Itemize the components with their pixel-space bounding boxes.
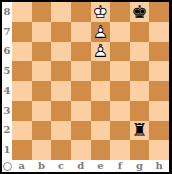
square-g7[interactable] [130,22,150,42]
square-f5[interactable] [110,61,130,81]
file-label-d: d [71,160,91,172]
square-d3[interactable] [71,101,91,121]
file-label-a: a [12,160,32,172]
square-c5[interactable] [51,61,71,81]
piece-white-pawn[interactable]: ♟♙ [91,22,111,42]
file-label-b: b [32,160,52,172]
rank-label-3: 3 [2,101,12,121]
square-e1[interactable] [91,140,111,160]
white-pawn-glyph-layer: ♙ [92,23,108,41]
square-g5[interactable] [130,61,150,81]
square-f6[interactable] [110,42,130,62]
black-rook-glyph-layer: ♜ [131,121,147,139]
square-b1[interactable] [32,140,52,160]
chess-board: ♚♔♚♟♙♟♙♜ [12,2,169,160]
square-f2[interactable] [110,121,130,141]
file-labels: abcdefgh [12,160,169,172]
square-h3[interactable] [149,101,169,121]
square-g3[interactable] [130,101,150,121]
square-a8[interactable] [12,2,32,22]
square-h1[interactable] [149,140,169,160]
piece-black-rook[interactable]: ♜ [130,121,150,141]
rank-labels: 87654321 [2,2,12,160]
square-e6[interactable]: ♟♙ [91,42,111,62]
square-f8[interactable] [110,2,130,22]
square-e8[interactable]: ♚♔ [91,2,111,22]
square-b6[interactable] [32,42,52,62]
square-b5[interactable] [32,61,52,81]
square-g1[interactable] [130,140,150,160]
piece-black-king[interactable]: ♚ [130,2,150,22]
file-label-h: h [149,160,169,172]
square-a7[interactable] [12,22,32,42]
square-c3[interactable] [51,101,71,121]
square-f4[interactable] [110,81,130,101]
square-h2[interactable] [149,121,169,141]
square-h5[interactable] [149,61,169,81]
file-label-f: f [110,160,130,172]
square-b3[interactable] [32,101,52,121]
square-f1[interactable] [110,140,130,160]
square-f3[interactable] [110,101,130,121]
square-h4[interactable] [149,81,169,101]
square-b2[interactable] [32,121,52,141]
piece-white-pawn[interactable]: ♟♙ [91,42,111,62]
square-d5[interactable] [71,61,91,81]
square-d6[interactable] [71,42,91,62]
square-c4[interactable] [51,81,71,101]
square-a2[interactable] [12,121,32,141]
rank-label-5: 5 [2,61,12,81]
rank-label-4: 4 [2,81,12,101]
white-pawn-glyph-layer: ♙ [92,42,108,60]
rank-label-7: 7 [2,22,12,42]
square-e3[interactable] [91,101,111,121]
square-e5[interactable] [91,61,111,81]
square-f7[interactable] [110,22,130,42]
to-move-corner [2,160,12,172]
square-e7[interactable]: ♟♙ [91,22,111,42]
square-a6[interactable] [12,42,32,62]
square-d4[interactable] [71,81,91,101]
file-label-g: g [130,160,150,172]
square-b7[interactable] [32,22,52,42]
white-king-glyph-layer: ♔ [92,3,108,21]
square-a4[interactable] [12,81,32,101]
square-e2[interactable] [91,121,111,141]
rank-label-2: 2 [2,121,12,141]
square-b8[interactable] [32,2,52,22]
square-a3[interactable] [12,101,32,121]
rank-label-6: 6 [2,42,12,62]
rank-label-1: 1 [2,140,12,160]
square-b4[interactable] [32,81,52,101]
file-label-c: c [51,160,71,172]
square-d8[interactable] [71,2,91,22]
square-c8[interactable] [51,2,71,22]
diagram-inner: 87654321 ♚♔♚♟♙♟♙♜ abcdefgh [2,2,169,172]
file-label-e: e [91,160,111,172]
white-to-move-indicator-icon [3,162,12,171]
square-d7[interactable] [71,22,91,42]
square-g8[interactable]: ♚ [130,2,150,22]
black-king-glyph-layer: ♚ [131,3,147,21]
square-c6[interactable] [51,42,71,62]
square-a5[interactable] [12,61,32,81]
square-h8[interactable] [149,2,169,22]
square-g6[interactable] [130,42,150,62]
square-c1[interactable] [51,140,71,160]
square-d2[interactable] [71,121,91,141]
square-d1[interactable] [71,140,91,160]
square-a1[interactable] [12,140,32,160]
square-e4[interactable] [91,81,111,101]
square-c7[interactable] [51,22,71,42]
square-h7[interactable] [149,22,169,42]
rank-label-8: 8 [2,2,12,22]
square-g2[interactable]: ♜ [130,121,150,141]
piece-white-king[interactable]: ♚♔ [91,2,111,22]
square-c2[interactable] [51,121,71,141]
square-g4[interactable] [130,81,150,101]
chess-diagram: 87654321 ♚♔♚♟♙♟♙♜ abcdefgh [0,0,172,174]
square-h6[interactable] [149,42,169,62]
